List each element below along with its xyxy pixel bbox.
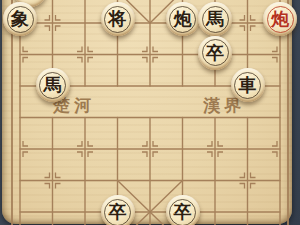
piece-glyph: 炮 [263, 2, 297, 36]
piece-glyph: 象 [3, 2, 37, 36]
black-soldier-piece[interactable]: 卒 [101, 195, 135, 225]
piece-glyph: 馬 [36, 68, 70, 102]
black-soldier-piece[interactable]: 卒 [166, 195, 200, 225]
piece-glyph: 将 [101, 2, 135, 36]
piece-glyph: 卒 [198, 36, 232, 70]
red-cannon-piece[interactable]: 炮 [263, 2, 297, 36]
black-general-piece[interactable]: 将 [101, 2, 135, 36]
black-elephant-piece[interactable]: 象 [3, 2, 37, 36]
piece-glyph: 車 [231, 68, 265, 102]
pieces-layer: 象将炮馬炮卒馬車卒卒 [0, 0, 300, 225]
piece-glyph: 炮 [166, 2, 200, 36]
piece-glyph: 卒 [166, 195, 200, 225]
black-cannon-piece[interactable]: 炮 [166, 2, 200, 36]
game-screen: 楚河 漢界 象将炮馬炮卒馬車卒卒 [0, 0, 300, 225]
black-horse-piece[interactable]: 馬 [36, 68, 70, 102]
piece-glyph: 卒 [101, 195, 135, 225]
black-soldier-piece[interactable]: 卒 [198, 36, 232, 70]
piece-glyph: 馬 [198, 2, 232, 36]
black-horse-piece[interactable]: 馬 [198, 2, 232, 36]
black-chariot-piece[interactable]: 車 [231, 68, 265, 102]
